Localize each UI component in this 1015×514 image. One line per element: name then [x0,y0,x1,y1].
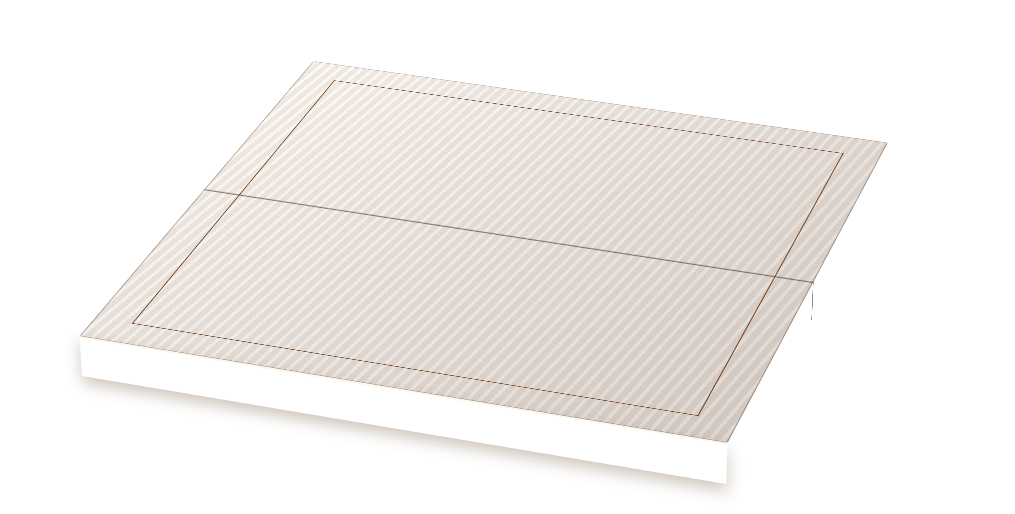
chess-board [80,61,888,443]
product-photo-canvas [0,0,1015,514]
perspective-wrapper [0,0,1015,514]
